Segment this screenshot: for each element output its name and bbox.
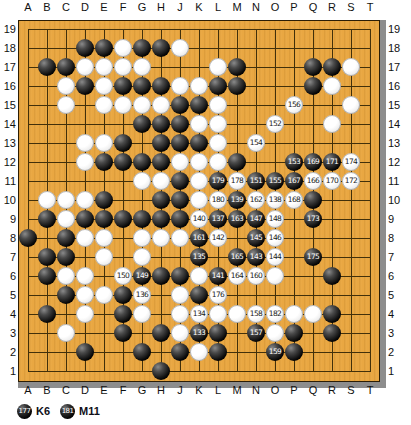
- stone-K4[interactable]: 134: [190, 305, 208, 323]
- coord-label-left: 11: [0, 175, 16, 187]
- stone-J13[interactable]: [171, 134, 189, 152]
- stone-L5[interactable]: 176: [209, 286, 227, 304]
- stone-E16[interactable]: [95, 77, 113, 95]
- stone-F3[interactable]: [114, 324, 132, 342]
- stone-E7[interactable]: [95, 248, 113, 266]
- stone-move-number: 146: [266, 229, 284, 247]
- stone-C17[interactable]: [57, 58, 75, 76]
- stone-G14[interactable]: [133, 115, 151, 133]
- stone-move-number: 158: [247, 305, 265, 323]
- coord-label-right: 18: [388, 42, 400, 54]
- coord-label-right: 13: [388, 137, 400, 149]
- coord-label-top: O: [271, 1, 280, 13]
- stone-move-number: 165: [228, 248, 246, 266]
- stone-K15[interactable]: [190, 96, 208, 114]
- stone-J2[interactable]: [171, 343, 189, 361]
- coord-label-bottom: D: [81, 384, 89, 396]
- stone-K9[interactable]: 140: [190, 210, 208, 228]
- stone-F12[interactable]: [114, 153, 132, 171]
- coord-label-top: D: [81, 1, 89, 13]
- stone-N8[interactable]: 145: [247, 229, 265, 247]
- stone-B9[interactable]: [38, 210, 56, 228]
- stone-move-number: 162: [247, 191, 265, 209]
- stone-K7[interactable]: 135: [190, 248, 208, 266]
- stone-H1[interactable]: [152, 362, 170, 380]
- stone-L4[interactable]: [209, 305, 227, 323]
- stone-J3[interactable]: [171, 324, 189, 342]
- stone-K3[interactable]: 133: [190, 324, 208, 342]
- coord-label-left: 12: [0, 156, 16, 168]
- coord-label-top: P: [290, 1, 297, 13]
- coord-label-left: 17: [0, 61, 16, 73]
- stone-P4[interactable]: [285, 305, 303, 323]
- stone-R6[interactable]: [323, 267, 341, 285]
- stone-N11[interactable]: 151: [247, 172, 265, 190]
- stone-move-number: 175: [304, 248, 322, 266]
- coord-label-top: G: [138, 1, 147, 13]
- coord-label-bottom: J: [177, 384, 183, 396]
- stone-move-number: 150: [114, 267, 132, 285]
- stone-N9[interactable]: 147: [247, 210, 265, 228]
- go-client-window: 177K6181M11 AABBCCDDEEFFGGHHJJKKLLMMNNOO…: [0, 0, 411, 425]
- stone-N3[interactable]: 157: [247, 324, 265, 342]
- stone-J12[interactable]: [171, 153, 189, 171]
- stone-move-number: 173: [304, 210, 322, 228]
- stone-C10[interactable]: [57, 191, 75, 209]
- stone-J11[interactable]: [171, 172, 189, 190]
- stone-M10[interactable]: 139: [228, 191, 246, 209]
- stone-move-number: 140: [190, 210, 208, 228]
- coord-label-right: 17: [388, 61, 400, 73]
- stone-G15[interactable]: [133, 96, 151, 114]
- stone-H8[interactable]: [152, 229, 170, 247]
- stone-F6[interactable]: 150: [114, 267, 132, 285]
- coord-label-bottom: S: [347, 384, 354, 396]
- status-bar: 177K6181M11: [17, 403, 110, 419]
- stone-move-number: 164: [228, 267, 246, 285]
- stone-F5[interactable]: [114, 286, 132, 304]
- stone-H3[interactable]: [152, 324, 170, 342]
- coord-label-right: 11: [388, 175, 399, 187]
- stone-J15[interactable]: [171, 96, 189, 114]
- stone-D4[interactable]: [76, 305, 94, 323]
- stone-move-number: 152: [266, 115, 284, 133]
- stone-C15[interactable]: [57, 96, 75, 114]
- status-move-point: M11: [79, 405, 100, 417]
- stone-move-number: 142: [209, 229, 227, 247]
- stone-C9[interactable]: [57, 210, 75, 228]
- coord-label-bottom: P: [290, 384, 297, 396]
- stone-D9[interactable]: [76, 210, 94, 228]
- stone-Q17[interactable]: [304, 58, 322, 76]
- stone-J14[interactable]: [171, 115, 189, 133]
- stone-O11[interactable]: 155: [266, 172, 284, 190]
- stone-R12[interactable]: 171: [323, 153, 341, 171]
- stone-K14[interactable]: [190, 115, 208, 133]
- coord-label-right: 2: [388, 346, 394, 358]
- stone-P10[interactable]: 168: [285, 191, 303, 209]
- stone-J4[interactable]: [171, 305, 189, 323]
- stone-G6[interactable]: 149: [133, 267, 151, 285]
- coord-label-right: 7: [388, 251, 394, 263]
- stone-Q11[interactable]: 166: [304, 172, 322, 190]
- stone-L2[interactable]: [209, 343, 227, 361]
- coord-label-bottom: H: [157, 384, 165, 396]
- stone-move-number: 135: [190, 248, 208, 266]
- coord-label-left: 13: [0, 137, 16, 149]
- coord-label-right: 19: [388, 23, 400, 35]
- stone-E5[interactable]: [95, 286, 113, 304]
- stone-L9[interactable]: 137: [209, 210, 227, 228]
- coord-label-left: 6: [0, 270, 16, 282]
- stone-A8[interactable]: [19, 229, 37, 247]
- stone-K12[interactable]: [190, 153, 208, 171]
- coord-label-bottom: A: [24, 384, 31, 396]
- stone-J18[interactable]: [171, 39, 189, 57]
- stone-H10[interactable]: [152, 191, 170, 209]
- grid-vline: [351, 29, 352, 372]
- coord-label-top: T: [367, 1, 374, 13]
- stone-R3[interactable]: [323, 324, 341, 342]
- coord-label-right: 1: [388, 365, 394, 377]
- grid-vline: [370, 29, 371, 372]
- coord-label-top: B: [43, 1, 50, 13]
- stone-S17[interactable]: [342, 58, 360, 76]
- stone-F18[interactable]: [114, 39, 132, 57]
- stone-B6[interactable]: [38, 267, 56, 285]
- stone-H16[interactable]: [152, 77, 170, 95]
- stone-move-number: 166: [304, 172, 322, 190]
- stone-L6[interactable]: 141: [209, 267, 227, 285]
- coord-label-bottom: T: [367, 384, 374, 396]
- stone-L10[interactable]: 180: [209, 191, 227, 209]
- stone-G2[interactable]: [133, 343, 151, 361]
- coord-label-right: 6: [388, 270, 394, 282]
- coord-label-left: 4: [0, 308, 16, 320]
- stone-move-number: 161: [190, 229, 208, 247]
- stone-K16[interactable]: [190, 77, 208, 95]
- coord-label-right: 14: [388, 118, 400, 130]
- stone-move-number: 168: [285, 191, 303, 209]
- coord-label-bottom: Q: [309, 384, 318, 396]
- coord-label-right: 5: [388, 289, 394, 301]
- stone-F9[interactable]: [114, 210, 132, 228]
- stone-move-number: 182: [266, 305, 284, 323]
- stone-L14[interactable]: [209, 115, 227, 133]
- stone-O3[interactable]: [266, 324, 284, 342]
- stone-K11[interactable]: [190, 172, 208, 190]
- stone-P11[interactable]: 167: [285, 172, 303, 190]
- coord-label-bottom: O: [271, 384, 280, 396]
- stone-move-number: 145: [247, 229, 265, 247]
- stone-D10[interactable]: [76, 191, 94, 209]
- stone-move-number: 178: [228, 172, 246, 190]
- status-black-stone-icon: 177: [17, 404, 32, 419]
- coord-label-left: 18: [0, 42, 16, 54]
- stone-Q9[interactable]: 173: [304, 210, 322, 228]
- stone-P15[interactable]: 156: [285, 96, 303, 114]
- stone-D16[interactable]: [76, 77, 94, 95]
- coord-label-left: 3: [0, 327, 16, 339]
- stone-M6[interactable]: 164: [228, 267, 246, 285]
- stone-move-number: 167: [285, 172, 303, 190]
- stone-H12[interactable]: [152, 153, 170, 171]
- stone-G16[interactable]: [133, 77, 151, 95]
- coord-label-left: 10: [0, 194, 16, 206]
- coord-label-bottom: E: [100, 384, 107, 396]
- stone-move-number: 141: [209, 267, 227, 285]
- stone-E17[interactable]: [95, 58, 113, 76]
- stone-move-number: 163: [228, 210, 246, 228]
- stone-M17[interactable]: [228, 58, 246, 76]
- stone-Q7[interactable]: 175: [304, 248, 322, 266]
- stone-M12[interactable]: [228, 153, 246, 171]
- coord-label-left: 5: [0, 289, 16, 301]
- stone-E13[interactable]: [95, 134, 113, 152]
- stone-M16[interactable]: [228, 77, 246, 95]
- stone-K10[interactable]: [190, 191, 208, 209]
- coord-label-right: 12: [388, 156, 400, 168]
- stone-D13[interactable]: [76, 134, 94, 152]
- coord-label-left: 19: [0, 23, 16, 35]
- stone-H15[interactable]: [152, 96, 170, 114]
- stone-move-number: 179: [209, 172, 227, 190]
- coord-label-right: 3: [388, 327, 394, 339]
- coord-label-left: 2: [0, 346, 16, 358]
- coord-label-bottom: G: [138, 384, 147, 396]
- status-move-entry: 181M11: [60, 404, 100, 419]
- stone-O2[interactable]: 159: [266, 343, 284, 361]
- stone-move-number: 154: [247, 134, 265, 152]
- stone-move-number: 148: [266, 210, 284, 228]
- stone-G17[interactable]: [133, 58, 151, 76]
- coord-label-right: 16: [388, 80, 400, 92]
- stone-J6[interactable]: [171, 267, 189, 285]
- stone-F16[interactable]: [114, 77, 132, 95]
- coord-label-right: 8: [388, 232, 394, 244]
- stone-move-number: 176: [209, 286, 227, 304]
- stone-L3[interactable]: [209, 324, 227, 342]
- stone-C16[interactable]: [57, 77, 75, 95]
- stone-move-number: 170: [323, 172, 341, 190]
- stone-move-number: 139: [228, 191, 246, 209]
- stone-move-number: 147: [247, 210, 265, 228]
- stone-H18[interactable]: [152, 39, 170, 57]
- coord-label-right: 15: [388, 99, 400, 111]
- stone-B7[interactable]: [38, 248, 56, 266]
- stone-D2[interactable]: [76, 343, 94, 361]
- coord-label-top: J: [177, 1, 183, 13]
- stone-O4[interactable]: 182: [266, 305, 284, 323]
- stone-J8[interactable]: [171, 229, 189, 247]
- stone-F13[interactable]: [114, 134, 132, 152]
- stone-L11[interactable]: 179: [209, 172, 227, 190]
- stone-G8[interactable]: [133, 229, 151, 247]
- stone-F17[interactable]: [114, 58, 132, 76]
- stone-H11[interactable]: [152, 172, 170, 190]
- stone-move-number: 151: [247, 172, 265, 190]
- stone-E9[interactable]: [95, 210, 113, 228]
- stone-E18[interactable]: [95, 39, 113, 57]
- stone-H13[interactable]: [152, 134, 170, 152]
- stone-D5[interactable]: [76, 286, 94, 304]
- stone-H9[interactable]: [152, 210, 170, 228]
- stone-O10[interactable]: 138: [266, 191, 284, 209]
- stone-K2[interactable]: [190, 343, 208, 361]
- stone-Q16[interactable]: [304, 77, 322, 95]
- coord-label-bottom: R: [328, 384, 336, 396]
- stone-L16[interactable]: [209, 77, 227, 95]
- stone-K5[interactable]: [190, 286, 208, 304]
- stone-S12[interactable]: 174: [342, 153, 360, 171]
- coord-label-top: F: [120, 1, 127, 13]
- stone-K13[interactable]: [190, 134, 208, 152]
- stone-R11[interactable]: 170: [323, 172, 341, 190]
- stone-P3[interactable]: [285, 324, 303, 342]
- stone-C8[interactable]: [57, 229, 75, 247]
- coord-label-left: 16: [0, 80, 16, 92]
- stone-D6[interactable]: [76, 267, 94, 285]
- stone-G4[interactable]: [133, 305, 151, 323]
- stone-G7[interactable]: [133, 248, 151, 266]
- stone-G18[interactable]: [133, 39, 151, 57]
- stone-R17[interactable]: [323, 58, 341, 76]
- status-move-entry: 177K6: [17, 404, 50, 419]
- stone-move-number: 136: [133, 286, 151, 304]
- stone-F15[interactable]: [114, 96, 132, 114]
- stone-B10[interactable]: [38, 191, 56, 209]
- coord-label-top: N: [252, 1, 260, 13]
- grid-hline: [28, 371, 371, 372]
- stone-move-number: 134: [190, 305, 208, 323]
- stone-P12[interactable]: 153: [285, 153, 303, 171]
- stone-G5[interactable]: 136: [133, 286, 151, 304]
- coord-label-top: Q: [309, 1, 318, 13]
- stone-Q12[interactable]: 169: [304, 153, 322, 171]
- stone-R16[interactable]: [323, 77, 341, 95]
- stone-G9[interactable]: [133, 210, 151, 228]
- stone-H6[interactable]: [152, 267, 170, 285]
- stone-move-number: 153: [285, 153, 303, 171]
- coord-label-top: A: [24, 1, 31, 13]
- stone-D17[interactable]: [76, 58, 94, 76]
- stone-F4[interactable]: [114, 305, 132, 323]
- stone-E10[interactable]: [95, 191, 113, 209]
- coord-label-right: 4: [388, 308, 394, 320]
- status-black-stone-icon: 181: [60, 404, 75, 419]
- stone-move-number: 144: [266, 248, 284, 266]
- stone-G11[interactable]: [133, 172, 151, 190]
- stone-N6[interactable]: 160: [247, 267, 265, 285]
- stone-G12[interactable]: [133, 153, 151, 171]
- stone-move-number: 174: [342, 153, 360, 171]
- coord-label-bottom: C: [62, 384, 70, 396]
- coord-label-top: E: [100, 1, 107, 13]
- stone-C3[interactable]: [57, 324, 75, 342]
- coord-label-top: L: [215, 1, 221, 13]
- stone-O7[interactable]: 144: [266, 248, 284, 266]
- stone-L13[interactable]: [209, 134, 227, 152]
- stone-move-number: 171: [323, 153, 341, 171]
- stone-M4[interactable]: [228, 305, 246, 323]
- stone-move-number: 138: [266, 191, 284, 209]
- coord-label-bottom: N: [252, 384, 260, 396]
- coord-label-right: 10: [388, 194, 400, 206]
- stone-J16[interactable]: [171, 77, 189, 95]
- stone-O14[interactable]: 152: [266, 115, 284, 133]
- stone-D12[interactable]: [76, 153, 94, 171]
- stone-E15[interactable]: [95, 96, 113, 114]
- stone-K6[interactable]: [190, 267, 208, 285]
- coord-label-bottom: B: [43, 384, 50, 396]
- stone-S15[interactable]: [342, 96, 360, 114]
- coord-label-left: 15: [0, 99, 16, 111]
- stone-B17[interactable]: [38, 58, 56, 76]
- stone-J10[interactable]: [171, 191, 189, 209]
- stone-M11[interactable]: 178: [228, 172, 246, 190]
- coord-label-left: 7: [0, 251, 16, 263]
- stone-K8[interactable]: 161: [190, 229, 208, 247]
- stone-O9[interactable]: 148: [266, 210, 284, 228]
- stone-L12[interactable]: [209, 153, 227, 171]
- stone-J5[interactable]: [171, 286, 189, 304]
- stone-move-number: 133: [190, 324, 208, 342]
- coord-label-top: R: [328, 1, 336, 13]
- coord-label-bottom: F: [120, 384, 127, 396]
- coord-label-top: K: [195, 1, 202, 13]
- coord-label-top: C: [62, 1, 70, 13]
- stone-move-number: 143: [247, 248, 265, 266]
- stone-C6[interactable]: [57, 267, 75, 285]
- stone-E12[interactable]: [95, 153, 113, 171]
- stone-M7[interactable]: 165: [228, 248, 246, 266]
- stone-N7[interactable]: 143: [247, 248, 265, 266]
- stone-R4[interactable]: [323, 305, 341, 323]
- stone-R14[interactable]: [323, 115, 341, 133]
- coord-label-left: 1: [0, 365, 16, 377]
- stone-B4[interactable]: [38, 305, 56, 323]
- stone-C7[interactable]: [57, 248, 75, 266]
- coord-label-top: M: [232, 1, 241, 13]
- stone-H14[interactable]: [152, 115, 170, 133]
- coord-label-left: 9: [0, 213, 16, 225]
- stone-O8[interactable]: 146: [266, 229, 284, 247]
- coord-label-bottom: L: [215, 384, 221, 396]
- stone-move-number: 169: [304, 153, 322, 171]
- stone-N4[interactable]: 158: [247, 305, 265, 323]
- stone-move-number: 156: [285, 96, 303, 114]
- stone-D18[interactable]: [76, 39, 94, 57]
- stone-Q10[interactable]: [304, 191, 322, 209]
- coord-label-right: 9: [388, 213, 394, 225]
- stone-S11[interactable]: 172: [342, 172, 360, 190]
- stone-L15[interactable]: [209, 96, 227, 114]
- stone-N13[interactable]: 154: [247, 134, 265, 152]
- stone-L8[interactable]: 142: [209, 229, 227, 247]
- stone-N10[interactable]: 162: [247, 191, 265, 209]
- stone-C5[interactable]: [57, 286, 75, 304]
- coord-label-top: H: [157, 1, 165, 13]
- stone-D8[interactable]: [76, 229, 94, 247]
- stone-L17[interactable]: [209, 58, 227, 76]
- stone-J9[interactable]: [171, 210, 189, 228]
- stone-P2[interactable]: [285, 343, 303, 361]
- stone-Q4[interactable]: [304, 305, 322, 323]
- stone-move-number: 137: [209, 210, 227, 228]
- stone-M9[interactable]: 163: [228, 210, 246, 228]
- stone-O6[interactable]: [266, 267, 284, 285]
- stone-E8[interactable]: [95, 229, 113, 247]
